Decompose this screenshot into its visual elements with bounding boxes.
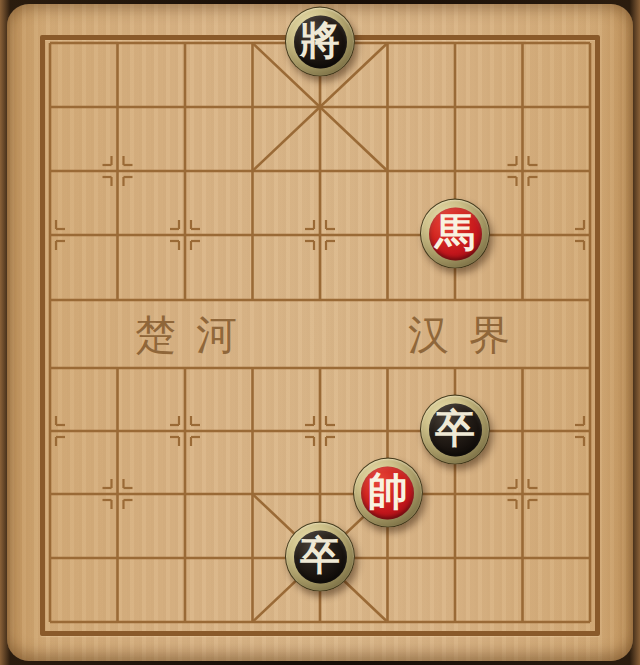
black-piece-glyph: 卒 xyxy=(435,409,475,449)
piece-face: 馬 xyxy=(429,207,482,260)
pieces-layer: 將馬卒帥卒 xyxy=(0,0,640,665)
piece-face: 將 xyxy=(294,15,347,68)
piece-black-soldier-right[interactable]: 卒 xyxy=(420,395,490,465)
piece-red-horse[interactable]: 馬 xyxy=(420,199,490,269)
black-piece-glyph: 卒 xyxy=(300,536,340,576)
red-piece-glyph: 馬 xyxy=(435,213,475,253)
black-piece-glyph: 將 xyxy=(300,21,340,61)
piece-red-general[interactable]: 帥 xyxy=(353,458,423,528)
piece-face: 卒 xyxy=(429,403,482,456)
red-piece-glyph: 帥 xyxy=(368,472,408,512)
page-background: 楚河 汉界 將馬卒帥卒 xyxy=(0,0,640,665)
piece-face: 卒 xyxy=(294,530,347,583)
piece-face: 帥 xyxy=(361,466,414,519)
piece-black-soldier-center[interactable]: 卒 xyxy=(285,522,355,592)
piece-black-general[interactable]: 將 xyxy=(285,7,355,77)
